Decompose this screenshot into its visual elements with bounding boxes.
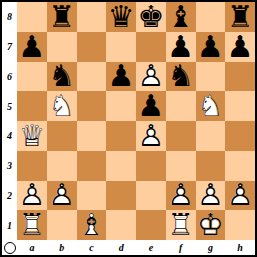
white-queen-icon: ♕ bbox=[17, 121, 47, 151]
square-h8[interactable]: ♜ bbox=[225, 2, 255, 32]
white-pawn-icon: ♟ bbox=[47, 181, 77, 211]
black-pawn-g7-piece[interactable]: ♟ bbox=[196, 32, 226, 62]
square-c2[interactable] bbox=[77, 181, 107, 211]
white-bishop-icon: ♗ bbox=[77, 210, 107, 240]
square-d4[interactable] bbox=[106, 121, 136, 151]
black-pawn-icon: ♟ bbox=[196, 32, 226, 62]
white-rook-icon: ♜ bbox=[17, 210, 47, 240]
white-pawn-f2-piece[interactable]: ♟♙ bbox=[166, 181, 196, 211]
square-b8[interactable]: ♜ bbox=[47, 2, 77, 32]
white-knight-icon: ♞ bbox=[196, 91, 226, 121]
white-king-g1-piece[interactable]: ♚♔ bbox=[196, 210, 226, 240]
square-c6[interactable] bbox=[77, 62, 107, 92]
square-h1[interactable] bbox=[225, 210, 255, 240]
square-g3[interactable] bbox=[196, 151, 226, 181]
square-e3[interactable] bbox=[136, 151, 166, 181]
black-pawn-icon: ♟ bbox=[225, 32, 255, 62]
square-e2[interactable] bbox=[136, 181, 166, 211]
white-queen-icon: ♛ bbox=[17, 121, 47, 151]
square-g2[interactable]: ♟♙ bbox=[196, 181, 226, 211]
square-g5[interactable]: ♞♘ bbox=[196, 91, 226, 121]
white-pawn-icon: ♟ bbox=[166, 181, 196, 211]
square-b5[interactable]: ♞♘ bbox=[47, 91, 77, 121]
black-rook-b8-piece[interactable]: ♜ bbox=[47, 2, 77, 32]
square-c8[interactable] bbox=[77, 2, 107, 32]
black-rook-icon: ♜ bbox=[225, 2, 255, 32]
square-c5[interactable] bbox=[77, 91, 107, 121]
white-pawn-icon: ♙ bbox=[225, 181, 255, 211]
white-rook-icon: ♖ bbox=[17, 210, 47, 240]
file-label-c: c bbox=[77, 240, 107, 255]
file-label-f: f bbox=[166, 240, 196, 255]
square-a8[interactable] bbox=[17, 2, 47, 32]
black-pawn-e5-piece[interactable]: ♟ bbox=[136, 91, 166, 121]
white-pawn-icon: ♟ bbox=[136, 62, 166, 92]
square-e6[interactable]: ♟♙ bbox=[136, 62, 166, 92]
white-pawn-icon: ♟ bbox=[17, 181, 47, 211]
file-label-e: e bbox=[136, 240, 166, 255]
rank-label-4: 4 bbox=[2, 121, 17, 151]
square-b4[interactable] bbox=[47, 121, 77, 151]
white-pawn-icon: ♟ bbox=[225, 181, 255, 211]
white-pawn-icon: ♙ bbox=[17, 181, 47, 211]
square-a7[interactable]: ♟ bbox=[17, 32, 47, 62]
square-d1[interactable] bbox=[106, 210, 136, 240]
square-b7[interactable] bbox=[47, 32, 77, 62]
black-bishop-icon: ♝ bbox=[166, 2, 196, 32]
square-c7[interactable] bbox=[77, 32, 107, 62]
white-pawn-h2-piece[interactable]: ♟♙ bbox=[225, 181, 255, 211]
square-h3[interactable] bbox=[225, 151, 255, 181]
square-d2[interactable] bbox=[106, 181, 136, 211]
square-b1[interactable] bbox=[47, 210, 77, 240]
square-f6[interactable]: ♞ bbox=[166, 62, 196, 92]
square-b3[interactable] bbox=[47, 151, 77, 181]
square-e8[interactable]: ♚ bbox=[136, 2, 166, 32]
black-knight-f6-piece[interactable]: ♞ bbox=[166, 62, 196, 92]
white-rook-a1-piece[interactable]: ♜♖ bbox=[17, 210, 47, 240]
rank-label-5: 5 bbox=[2, 91, 17, 121]
chess-diagram: 8♜♛♚♝♜7♟♟♟♟6♞♟♟♙♞5♞♘♟♞♘4♛♕♟♙32♟♙♟♙♟♙♟♙♟♙… bbox=[0, 0, 257, 257]
square-d3[interactable] bbox=[106, 151, 136, 181]
square-h5[interactable] bbox=[225, 91, 255, 121]
square-a4[interactable]: ♛♕ bbox=[17, 121, 47, 151]
white-pawn-icon: ♙ bbox=[47, 181, 77, 211]
black-pawn-d6-piece[interactable]: ♟ bbox=[106, 62, 136, 92]
black-pawn-icon: ♟ bbox=[17, 32, 47, 62]
square-d6[interactable]: ♟ bbox=[106, 62, 136, 92]
square-e4[interactable]: ♟♙ bbox=[136, 121, 166, 151]
black-pawn-f7-piece[interactable]: ♟ bbox=[166, 32, 196, 62]
black-pawn-icon: ♟ bbox=[166, 32, 196, 62]
square-f8[interactable]: ♝ bbox=[166, 2, 196, 32]
white-bishop-c1-piece[interactable]: ♝♗ bbox=[77, 210, 107, 240]
white-knight-b5-piece[interactable]: ♞♘ bbox=[47, 91, 77, 121]
square-e1[interactable] bbox=[136, 210, 166, 240]
square-e7[interactable] bbox=[136, 32, 166, 62]
square-c3[interactable] bbox=[77, 151, 107, 181]
black-king-icon: ♚ bbox=[136, 2, 166, 32]
square-g4[interactable] bbox=[196, 121, 226, 151]
rank-label-1: 1 bbox=[2, 210, 17, 240]
file-label-g: g bbox=[196, 240, 226, 255]
white-pawn-e6-piece[interactable]: ♟♙ bbox=[136, 62, 166, 92]
rank-label-8: 8 bbox=[2, 2, 17, 32]
white-to-move-circle-icon bbox=[4, 242, 16, 254]
turn-indicator bbox=[2, 240, 17, 255]
file-label-d: d bbox=[106, 240, 136, 255]
square-f2[interactable]: ♟♙ bbox=[166, 181, 196, 211]
file-label-h: h bbox=[225, 240, 255, 255]
square-a3[interactable] bbox=[17, 151, 47, 181]
white-knight-icon: ♘ bbox=[196, 91, 226, 121]
white-pawn-icon: ♙ bbox=[136, 62, 166, 92]
white-rook-icon: ♜ bbox=[166, 210, 196, 240]
black-pawn-a7-piece[interactable]: ♟ bbox=[17, 32, 47, 62]
black-rook-icon: ♜ bbox=[47, 2, 77, 32]
rank-label-2: 2 bbox=[2, 181, 17, 211]
black-bishop-f8-piece[interactable]: ♝ bbox=[166, 2, 196, 32]
white-pawn-g2-piece[interactable]: ♟♙ bbox=[196, 181, 226, 211]
white-knight-icon: ♘ bbox=[47, 91, 77, 121]
square-f1[interactable]: ♜♖ bbox=[166, 210, 196, 240]
white-pawn-b2-piece[interactable]: ♟♙ bbox=[47, 181, 77, 211]
square-h6[interactable] bbox=[225, 62, 255, 92]
black-pawn-icon: ♟ bbox=[106, 62, 136, 92]
square-h4[interactable] bbox=[225, 121, 255, 151]
white-king-icon: ♔ bbox=[196, 210, 226, 240]
square-h7[interactable]: ♟ bbox=[225, 32, 255, 62]
square-e5[interactable]: ♟ bbox=[136, 91, 166, 121]
black-knight-b6-piece[interactable]: ♞ bbox=[47, 62, 77, 92]
white-rook-icon: ♖ bbox=[166, 210, 196, 240]
square-g6[interactable] bbox=[196, 62, 226, 92]
square-b2[interactable]: ♟♙ bbox=[47, 181, 77, 211]
white-pawn-e4-piece[interactable]: ♟♙ bbox=[136, 121, 166, 151]
black-queen-d8-piece[interactable]: ♛ bbox=[106, 2, 136, 32]
square-g8[interactable] bbox=[196, 2, 226, 32]
square-f3[interactable] bbox=[166, 151, 196, 181]
square-f4[interactable] bbox=[166, 121, 196, 151]
square-c4[interactable] bbox=[77, 121, 107, 151]
black-knight-icon: ♞ bbox=[47, 62, 77, 92]
square-b6[interactable]: ♞ bbox=[47, 62, 77, 92]
black-knight-icon: ♞ bbox=[166, 62, 196, 92]
black-pawn-h7-piece[interactable]: ♟ bbox=[225, 32, 255, 62]
square-d5[interactable] bbox=[106, 91, 136, 121]
square-h2[interactable]: ♟♙ bbox=[225, 181, 255, 211]
white-bishop-icon: ♝ bbox=[77, 210, 107, 240]
white-pawn-a2-piece[interactable]: ♟♙ bbox=[17, 181, 47, 211]
white-king-icon: ♚ bbox=[196, 210, 226, 240]
square-a5[interactable] bbox=[17, 91, 47, 121]
white-knight-icon: ♞ bbox=[47, 91, 77, 121]
white-rook-f1-piece[interactable]: ♜♖ bbox=[166, 210, 196, 240]
square-a1[interactable]: ♜♖ bbox=[17, 210, 47, 240]
white-pawn-icon: ♙ bbox=[196, 181, 226, 211]
square-f7[interactable]: ♟ bbox=[166, 32, 196, 62]
file-label-b: b bbox=[47, 240, 77, 255]
white-pawn-icon: ♙ bbox=[136, 121, 166, 151]
white-queen-a4-piece[interactable]: ♛♕ bbox=[17, 121, 47, 151]
square-a2[interactable]: ♟♙ bbox=[17, 181, 47, 211]
white-pawn-icon: ♙ bbox=[166, 181, 196, 211]
white-pawn-icon: ♟ bbox=[136, 121, 166, 151]
rank-label-7: 7 bbox=[2, 32, 17, 62]
square-c1[interactable]: ♝♗ bbox=[77, 210, 107, 240]
rank-label-6: 6 bbox=[2, 62, 17, 92]
white-pawn-icon: ♟ bbox=[196, 181, 226, 211]
square-g7[interactable]: ♟ bbox=[196, 32, 226, 62]
black-pawn-icon: ♟ bbox=[136, 91, 166, 121]
square-d8[interactable]: ♛ bbox=[106, 2, 136, 32]
square-f5[interactable] bbox=[166, 91, 196, 121]
black-rook-h8-piece[interactable]: ♜ bbox=[225, 2, 255, 32]
black-king-e8-piece[interactable]: ♚ bbox=[136, 2, 166, 32]
square-a6[interactable] bbox=[17, 62, 47, 92]
black-queen-icon: ♛ bbox=[106, 2, 136, 32]
file-label-a: a bbox=[17, 240, 47, 255]
square-d7[interactable] bbox=[106, 32, 136, 62]
rank-label-3: 3 bbox=[2, 151, 17, 181]
white-knight-g5-piece[interactable]: ♞♘ bbox=[196, 91, 226, 121]
square-g1[interactable]: ♚♔ bbox=[196, 210, 226, 240]
